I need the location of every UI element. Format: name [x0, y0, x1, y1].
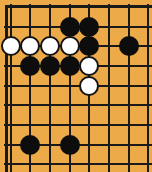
- white-stone[interactable]: [60, 36, 80, 56]
- board-edge-top: [5, 5, 152, 8]
- white-stone[interactable]: [40, 36, 60, 56]
- black-stone[interactable]: [60, 56, 80, 76]
- grid-line-horizontal: [4, 124, 152, 126]
- black-stone[interactable]: [60, 17, 80, 37]
- grid-line-vertical: [10, 4, 12, 172]
- black-stone[interactable]: [20, 56, 40, 76]
- grid-line-vertical: [108, 4, 110, 172]
- black-stone[interactable]: [40, 56, 60, 76]
- grid-line-horizontal: [4, 85, 152, 87]
- white-stone[interactable]: [79, 76, 99, 96]
- board-edge-left: [5, 5, 8, 172]
- grid-line-vertical: [128, 4, 130, 172]
- white-stone[interactable]: [79, 56, 99, 76]
- grid-line-vertical: [49, 4, 51, 172]
- white-stone[interactable]: [20, 36, 40, 56]
- grid-line-vertical: [147, 4, 149, 172]
- grid-line-horizontal: [4, 163, 152, 165]
- black-stone[interactable]: [20, 135, 40, 155]
- black-stone[interactable]: [79, 36, 99, 56]
- white-stone[interactable]: [1, 36, 21, 56]
- grid-line-horizontal: [4, 104, 152, 106]
- black-stone[interactable]: [119, 36, 139, 56]
- black-stone[interactable]: [60, 135, 80, 155]
- go-board[interactable]: [0, 0, 152, 172]
- black-stone[interactable]: [79, 17, 99, 37]
